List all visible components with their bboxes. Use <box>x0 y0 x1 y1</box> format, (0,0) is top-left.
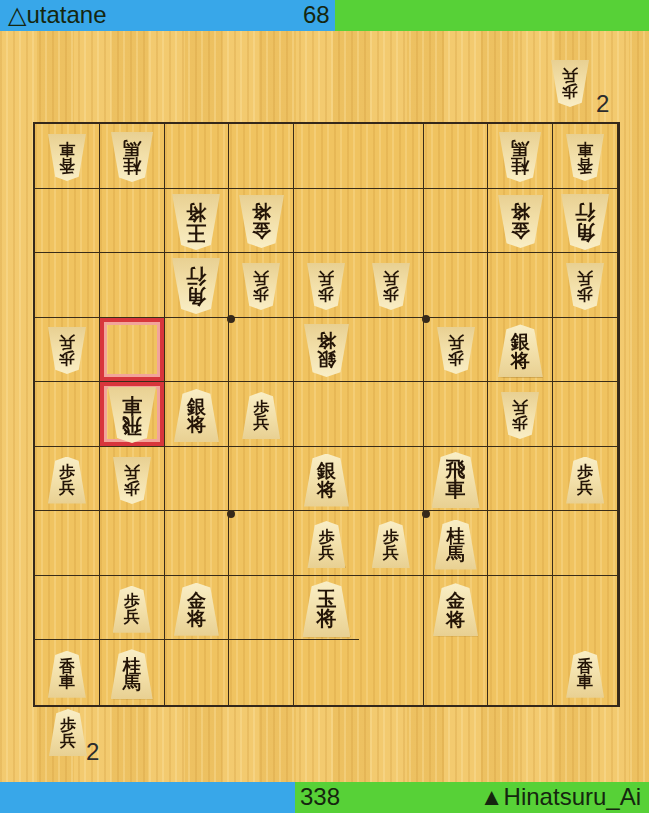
gote-rook[interactable]: 飛車 <box>108 387 156 443</box>
square-88[interactable]: 歩兵 <box>100 576 165 641</box>
square-89[interactable]: 桂馬 <box>100 640 165 705</box>
gote-pawn[interactable]: 歩兵 <box>372 263 410 310</box>
piece-kanji-bottom: 兵 <box>60 733 76 749</box>
sente-lance[interactable]: 香車 <box>48 651 86 698</box>
square-12[interactable]: 角行 <box>553 189 618 254</box>
square-96[interactable]: 歩兵 <box>35 447 100 512</box>
square-63[interactable]: 歩兵 <box>229 253 294 318</box>
piece-kanji: 歩 <box>512 415 528 431</box>
piece-kanji: 車 <box>446 480 466 500</box>
square-17[interactable] <box>553 511 618 576</box>
piece-kanji: 将 <box>316 609 336 629</box>
square-42[interactable] <box>359 189 424 254</box>
piece-kanji: 車 <box>59 674 75 690</box>
piece-kanji: 馬 <box>447 545 465 563</box>
gote-pawn[interactable]: 歩兵 <box>48 327 86 374</box>
square-73[interactable]: 角行 <box>165 253 230 318</box>
piece-kanji: 行 <box>575 202 595 222</box>
piece-kanji: 兵 <box>577 271 593 287</box>
piece-kanji: 将 <box>511 351 530 370</box>
square-13[interactable]: 歩兵 <box>553 253 618 318</box>
sente-gold[interactable]: 金将 <box>433 583 478 636</box>
piece-kanji: 馬 <box>511 140 529 158</box>
square-66[interactable] <box>229 447 294 512</box>
sente-lance[interactable]: 香車 <box>566 651 604 698</box>
sente-king[interactable]: 玉将 <box>302 581 350 637</box>
sente-player-name: ▲Hinatsuru_Ai <box>480 783 641 811</box>
square-18[interactable] <box>553 576 618 641</box>
piece-kanji: 桂 <box>511 157 529 175</box>
square-92[interactable] <box>35 189 100 254</box>
square-58[interactable]: 玉将 <box>294 576 359 641</box>
square-64[interactable] <box>229 318 294 383</box>
sente-rook[interactable]: 飛車 <box>432 452 480 508</box>
gote-pawn[interactable]: 歩兵 <box>437 327 475 374</box>
gote-gold[interactable]: 金将 <box>239 195 284 248</box>
square-24[interactable]: 銀将 <box>488 318 553 383</box>
sente-pawn[interactable]: 歩兵 <box>48 457 86 504</box>
piece-kanji: 金 <box>252 222 271 241</box>
square-59[interactable] <box>294 640 359 705</box>
gote-gold[interactable]: 金将 <box>498 195 543 248</box>
gote-info-bar: △utatane 68 <box>0 0 649 31</box>
square-74[interactable] <box>165 318 230 383</box>
square-16[interactable]: 歩兵 <box>553 447 618 512</box>
piece-kanji: 将 <box>252 203 271 222</box>
sente-silver[interactable]: 銀将 <box>498 324 543 377</box>
square-23[interactable] <box>488 253 553 318</box>
sente-hand-pawn-count: 2 <box>86 738 99 766</box>
gote-player-name: △utatane <box>8 1 107 29</box>
square-37[interactable]: 桂馬 <box>424 511 489 576</box>
sente-bar-blue-fill <box>0 782 295 813</box>
piece-kanji: 桂 <box>447 527 465 545</box>
sente-knight[interactable]: 桂馬 <box>435 520 477 570</box>
gote-bishop[interactable]: 角行 <box>172 258 220 314</box>
piece-kanji: 兵 <box>448 335 464 351</box>
square-36[interactable]: 飛車 <box>424 447 489 512</box>
sente-pawn[interactable]: 歩兵 <box>372 521 410 568</box>
gote-silver[interactable]: 銀将 <box>304 324 349 377</box>
piece-kanji: 将 <box>187 415 206 434</box>
square-87[interactable] <box>100 511 165 576</box>
square-98[interactable] <box>35 576 100 641</box>
piece-kanji: 角 <box>186 286 206 306</box>
piece-kanji: 金 <box>511 222 530 241</box>
square-19[interactable]: 香車 <box>553 640 618 705</box>
sente-hand-pawn[interactable]: 歩 兵 <box>49 706 87 756</box>
square-99[interactable]: 香車 <box>35 640 100 705</box>
gote-pawn[interactable]: 歩兵 <box>307 263 345 310</box>
square-77[interactable] <box>165 511 230 576</box>
square-45[interactable] <box>359 382 424 447</box>
square-43[interactable]: 歩兵 <box>359 253 424 318</box>
gote-time: 68 <box>303 1 330 29</box>
piece-kanji: 将 <box>317 480 336 499</box>
square-93[interactable] <box>35 253 100 318</box>
square-29[interactable] <box>488 640 553 705</box>
square-46[interactable] <box>359 447 424 512</box>
piece-kanji: 歩 <box>59 351 75 367</box>
piece-kanji: 兵 <box>253 271 269 287</box>
square-14[interactable] <box>553 318 618 383</box>
piece-kanji: 兵 <box>577 480 593 496</box>
piece-kanji: 飛 <box>122 415 142 435</box>
square-15[interactable] <box>553 382 618 447</box>
piece-kanji: 将 <box>317 332 336 351</box>
square-32[interactable] <box>424 189 489 254</box>
square-69[interactable] <box>229 640 294 705</box>
sente-info-bar: 338 ▲Hinatsuru_Ai <box>0 782 649 813</box>
piece-kanji: 兵 <box>318 271 334 287</box>
piece-kanji: 車 <box>59 142 75 158</box>
piece-kanji: 兵 <box>383 271 399 287</box>
gote-pawn[interactable]: 歩兵 <box>566 263 604 310</box>
square-79[interactable] <box>165 640 230 705</box>
gote-lance[interactable]: 香車 <box>48 134 86 181</box>
sente-hand-pawn-piece: 歩 兵 <box>49 709 87 756</box>
square-67[interactable] <box>229 511 294 576</box>
gote-lance[interactable]: 香車 <box>566 134 604 181</box>
square-94[interactable]: 歩兵 <box>35 318 100 383</box>
square-95[interactable] <box>35 382 100 447</box>
square-49[interactable] <box>359 640 424 705</box>
square-41[interactable] <box>359 124 424 189</box>
piece-kanji: 歩 <box>577 286 593 302</box>
square-85[interactable]: 飛車 <box>100 382 165 447</box>
gote-knight[interactable]: 桂馬 <box>499 132 541 182</box>
piece-kanji: 将 <box>186 202 206 222</box>
square-39[interactable] <box>424 640 489 705</box>
sente-knight[interactable]: 桂馬 <box>111 649 153 699</box>
square-28[interactable] <box>488 576 553 641</box>
square-25[interactable]: 歩兵 <box>488 382 553 447</box>
gote-bishop[interactable]: 角行 <box>561 194 609 250</box>
square-71[interactable] <box>165 124 230 189</box>
piece-kanji: 歩 <box>318 286 334 302</box>
piece-kanji: 兵 <box>383 545 399 561</box>
sente-silver[interactable]: 銀将 <box>174 389 219 442</box>
square-72[interactable]: 王将 <box>165 189 230 254</box>
square-33[interactable] <box>424 253 489 318</box>
piece-kanji: 桂 <box>123 157 141 175</box>
square-48[interactable] <box>359 576 424 641</box>
square-62[interactable]: 金将 <box>229 189 294 254</box>
square-27[interactable] <box>488 511 553 576</box>
square-81[interactable]: 桂馬 <box>100 124 165 189</box>
square-83[interactable] <box>100 253 165 318</box>
gote-pawn[interactable]: 歩兵 <box>501 392 539 439</box>
square-34[interactable]: 歩兵 <box>424 318 489 383</box>
piece-kanji: 歩 <box>253 286 269 302</box>
square-57[interactable]: 歩兵 <box>294 511 359 576</box>
piece-kanji: 兵 <box>253 415 269 431</box>
piece-kanji: 兵 <box>59 335 75 351</box>
gote-hand-pawn-count: 2 <box>596 90 609 118</box>
piece-kanji: 将 <box>187 609 206 628</box>
shogi-app: △utatane 68 歩 兵 2 香車桂馬桂馬香車王将金将金将角行角行歩兵歩兵… <box>0 0 649 813</box>
square-84[interactable] <box>100 318 165 383</box>
square-97[interactable] <box>35 511 100 576</box>
square-65[interactable]: 歩兵 <box>229 382 294 447</box>
piece-kanji: 馬 <box>123 140 141 158</box>
piece-kanji: 歩 <box>124 480 140 496</box>
piece-kanji: 兵 <box>512 400 528 416</box>
square-68[interactable] <box>229 576 294 641</box>
piece-kanji: 将 <box>446 610 465 629</box>
gote-pawn[interactable]: 歩兵 <box>113 457 151 504</box>
gote-hand-pawn-piece: 歩 兵 <box>551 60 589 107</box>
piece-kanji: 歩 <box>448 351 464 367</box>
piece-kanji: 歩 <box>383 286 399 302</box>
square-11[interactable]: 香車 <box>553 124 618 189</box>
piece-kanji: 香 <box>577 157 593 173</box>
piece-kanji: 車 <box>577 142 593 158</box>
square-75[interactable]: 銀将 <box>165 382 230 447</box>
square-53[interactable]: 歩兵 <box>294 253 359 318</box>
piece-kanji: 兵 <box>124 609 140 625</box>
square-82[interactable] <box>100 189 165 254</box>
square-47[interactable]: 歩兵 <box>359 511 424 576</box>
piece-kanji-top: 歩 <box>562 84 578 100</box>
sente-time: 338 <box>300 783 340 811</box>
piece-kanji: 香 <box>59 157 75 173</box>
piece-kanji: 馬 <box>123 674 141 692</box>
square-76[interactable] <box>165 447 230 512</box>
square-21[interactable]: 桂馬 <box>488 124 553 189</box>
square-44[interactable] <box>359 318 424 383</box>
sente-pawn[interactable]: 歩兵 <box>242 392 280 439</box>
piece-kanji: 将 <box>511 203 530 222</box>
square-91[interactable]: 香車 <box>35 124 100 189</box>
square-55[interactable] <box>294 382 359 447</box>
piece-kanji: 兵 <box>124 464 140 480</box>
square-51[interactable] <box>294 124 359 189</box>
square-38[interactable]: 金将 <box>424 576 489 641</box>
gote-hand-pawn[interactable]: 歩 兵 <box>551 57 589 107</box>
sente-gold[interactable]: 金将 <box>174 583 219 636</box>
piece-kanji: 兵 <box>59 480 75 496</box>
piece-kanji: 銀 <box>317 351 336 370</box>
square-31[interactable] <box>424 124 489 189</box>
square-26[interactable] <box>488 447 553 512</box>
piece-kanji: 車 <box>577 674 593 690</box>
square-22[interactable]: 金将 <box>488 189 553 254</box>
piece-kanji-bottom: 兵 <box>562 68 578 84</box>
gote-king[interactable]: 王将 <box>172 194 220 250</box>
shogi-board: 香車桂馬桂馬香車王将金将金将角行角行歩兵歩兵歩兵歩兵歩兵銀将歩兵銀将飛車銀将歩兵… <box>33 122 620 707</box>
square-52[interactable] <box>294 189 359 254</box>
sente-pawn[interactable]: 歩兵 <box>113 586 151 633</box>
gote-knight[interactable]: 桂馬 <box>111 132 153 182</box>
gote-pawn[interactable]: 歩兵 <box>242 263 280 310</box>
square-61[interactable] <box>229 124 294 189</box>
sente-pawn[interactable]: 歩兵 <box>566 457 604 504</box>
square-78[interactable]: 金将 <box>165 576 230 641</box>
square-35[interactable] <box>424 382 489 447</box>
piece-kanji: 兵 <box>318 545 334 561</box>
sente-silver[interactable]: 銀将 <box>304 454 349 507</box>
square-54[interactable]: 銀将 <box>294 318 359 383</box>
square-86[interactable]: 歩兵 <box>100 447 165 512</box>
piece-kanji: 金 <box>446 591 465 610</box>
square-56[interactable]: 銀将 <box>294 447 359 512</box>
sente-pawn[interactable]: 歩兵 <box>307 521 345 568</box>
piece-kanji: 行 <box>186 267 206 287</box>
piece-kanji: 車 <box>122 396 142 416</box>
